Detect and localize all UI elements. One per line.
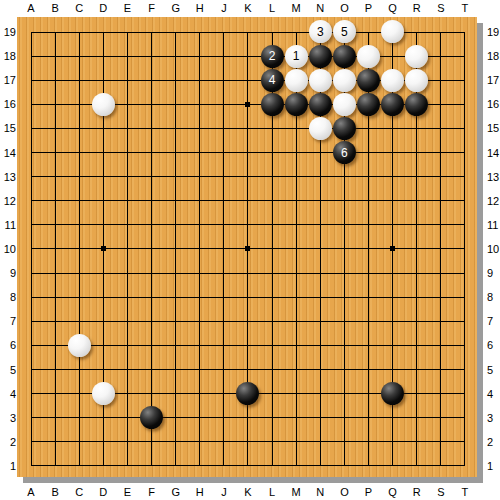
column-label-bottom: F — [141, 485, 163, 499]
row-label-left: 11 — [1, 218, 16, 232]
stone-black-l17: 4 — [261, 69, 284, 92]
column-label-top: T — [454, 1, 476, 15]
column-label-top: S — [430, 1, 452, 15]
stone-black-m16 — [285, 93, 308, 116]
column-label-bottom: P — [358, 485, 380, 499]
column-label-bottom: K — [237, 485, 259, 499]
row-label-right: 6 — [487, 338, 500, 352]
stone-black-p16 — [357, 93, 380, 116]
row-label-right: 9 — [487, 266, 500, 280]
stone-black-r16 — [405, 93, 428, 116]
stone-black-f3 — [140, 406, 163, 429]
stone-black-n16 — [309, 93, 332, 116]
column-label-bottom: S — [430, 485, 452, 499]
row-label-left: 18 — [1, 49, 16, 63]
stone-white-d16 — [92, 93, 115, 116]
stone-black-k4 — [236, 382, 259, 405]
column-label-bottom: A — [20, 485, 42, 499]
stone-white-n15 — [309, 117, 332, 140]
row-label-left: 16 — [1, 97, 16, 111]
stone-black-l18: 2 — [261, 45, 284, 68]
stone-black-o18 — [333, 45, 356, 68]
row-label-left: 2 — [1, 435, 16, 449]
column-label-bottom: D — [92, 485, 114, 499]
row-label-right: 11 — [487, 218, 500, 232]
row-label-left: 1 — [1, 459, 16, 473]
column-label-bottom: M — [285, 485, 307, 499]
stone-black-l16 — [261, 93, 284, 116]
row-label-left: 19 — [1, 25, 16, 39]
row-label-right: 10 — [487, 242, 500, 256]
row-label-right: 18 — [487, 49, 500, 63]
column-label-bottom: Q — [382, 485, 404, 499]
column-label-top: D — [92, 1, 114, 15]
stone-white-q17 — [381, 69, 404, 92]
column-label-bottom: N — [309, 485, 331, 499]
row-label-left: 10 — [1, 242, 16, 256]
row-label-right: 2 — [487, 435, 500, 449]
stone-black-o14: 6 — [333, 141, 356, 164]
stone-white-n17 — [309, 69, 332, 92]
row-label-right: 19 — [487, 25, 500, 39]
row-label-left: 13 — [1, 170, 16, 184]
stone-white-c6 — [68, 334, 91, 357]
stone-white-d4 — [92, 382, 115, 405]
column-label-bottom: B — [44, 485, 66, 499]
row-label-right: 13 — [487, 170, 500, 184]
row-label-right: 3 — [487, 411, 500, 425]
column-label-bottom: O — [333, 485, 355, 499]
row-label-left: 4 — [1, 387, 16, 401]
row-label-right: 12 — [487, 194, 500, 208]
column-label-top: F — [141, 1, 163, 15]
column-label-top: R — [406, 1, 428, 15]
column-label-top: Q — [382, 1, 404, 15]
row-label-left: 14 — [1, 146, 16, 160]
row-label-right: 8 — [487, 290, 500, 304]
column-label-top: K — [237, 1, 259, 15]
stone-black-p17 — [357, 69, 380, 92]
stone-white-r17 — [405, 69, 428, 92]
column-label-top: N — [309, 1, 331, 15]
row-label-right: 14 — [487, 146, 500, 160]
stone-black-q16 — [381, 93, 404, 116]
row-label-right: 1 — [487, 459, 500, 473]
row-label-left: 12 — [1, 194, 16, 208]
row-label-left: 9 — [1, 266, 16, 280]
stone-black-q4 — [381, 382, 404, 405]
go-board: 352146 — [17, 17, 477, 477]
column-label-bottom: C — [68, 485, 90, 499]
row-label-right: 7 — [487, 314, 500, 328]
column-label-top: B — [44, 1, 66, 15]
stone-black-n18 — [309, 45, 332, 68]
column-label-top: H — [189, 1, 211, 15]
row-label-right: 4 — [487, 387, 500, 401]
column-label-top: C — [68, 1, 90, 15]
column-label-bottom: L — [261, 485, 283, 499]
column-label-bottom: G — [165, 485, 187, 499]
row-label-left: 6 — [1, 338, 16, 352]
stone-white-m17 — [285, 69, 308, 92]
stone-white-o17 — [333, 69, 356, 92]
column-label-top: O — [333, 1, 355, 15]
stone-black-o15 — [333, 117, 356, 140]
column-label-bottom: T — [454, 485, 476, 499]
column-label-top: L — [261, 1, 283, 15]
column-label-top: A — [20, 1, 42, 15]
stone-white-o16 — [333, 93, 356, 116]
row-label-left: 17 — [1, 73, 16, 87]
stone-white-p18 — [357, 45, 380, 68]
column-label-bottom: J — [213, 485, 235, 499]
row-label-right: 15 — [487, 121, 500, 135]
stone-white-m18: 1 — [285, 45, 308, 68]
go-diagram-page: 352146 AABBCCDDEEFFGGHHJJKKLLMMNNOOPPQQR… — [0, 0, 500, 500]
stone-white-q19 — [381, 20, 404, 43]
row-label-right: 16 — [487, 97, 500, 111]
column-label-top: G — [165, 1, 187, 15]
column-label-bottom: H — [189, 485, 211, 499]
row-label-left: 7 — [1, 314, 16, 328]
board-intersections[interactable]: 352146 — [19, 20, 477, 478]
row-label-left: 5 — [1, 363, 16, 377]
row-label-left: 15 — [1, 121, 16, 135]
column-label-top: J — [213, 1, 235, 15]
row-label-right: 17 — [487, 73, 500, 87]
row-label-left: 8 — [1, 290, 16, 304]
stone-white-n19: 3 — [309, 20, 332, 43]
stone-white-r18 — [405, 45, 428, 68]
row-label-right: 5 — [487, 363, 500, 377]
column-label-top: E — [116, 1, 138, 15]
column-label-bottom: E — [116, 485, 138, 499]
stone-white-o19: 5 — [333, 20, 356, 43]
row-label-left: 3 — [1, 411, 16, 425]
column-label-top: M — [285, 1, 307, 15]
column-label-bottom: R — [406, 485, 428, 499]
column-label-top: P — [358, 1, 380, 15]
